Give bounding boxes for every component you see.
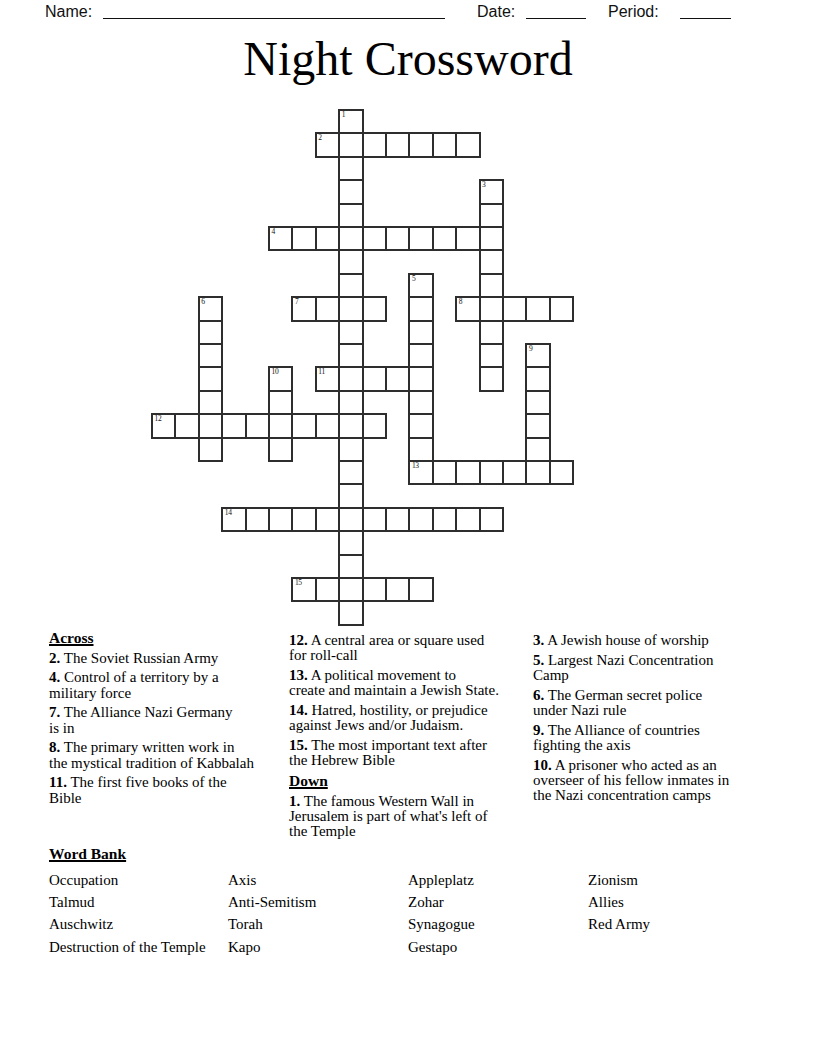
clue-number: 15. — [289, 737, 308, 753]
grid-cell-r13c11[interactable] — [408, 413, 433, 438]
grid-cell-r10c14[interactable] — [479, 343, 504, 368]
grid-cell-r17c3[interactable]: 14 — [221, 507, 246, 532]
page-title: Night Crossword — [0, 33, 816, 85]
grid-cell-r6c8[interactable] — [338, 249, 363, 274]
clue-number: 9. — [533, 722, 544, 738]
clue-line: 10. A prisoner who acted as an — [533, 758, 729, 773]
cell-number: 15 — [295, 579, 302, 587]
clue-number: 5. — [533, 652, 544, 668]
cell-number: 3 — [482, 181, 485, 189]
grid-cell-r15c15[interactable] — [502, 460, 527, 485]
cell-number: 8 — [459, 298, 462, 306]
clue-line: military force — [49, 686, 254, 701]
clue-7-across: 7. The Alliance Nazi Germanyis in — [49, 705, 254, 735]
grid-cell-r15c14[interactable] — [479, 460, 504, 485]
grid-cell-r20c8[interactable] — [338, 577, 363, 602]
grid-cell-r13c1[interactable] — [174, 413, 199, 438]
grid-cell-r12c11[interactable] — [408, 390, 433, 415]
grid-cell-r2c8[interactable] — [338, 156, 363, 181]
grid-cell-r9c11[interactable] — [408, 320, 433, 345]
word-bank-item: Allies — [588, 895, 769, 917]
grid-cell-r17c7[interactable] — [315, 507, 340, 532]
grid-cell-r8c16[interactable] — [525, 296, 550, 321]
clue-number: 1. — [289, 793, 300, 809]
clue-line: is in — [49, 721, 254, 736]
clue-line: 14. Hatred, hostility, or prejudice — [289, 703, 499, 718]
grid-cell-r8c11[interactable] — [408, 296, 433, 321]
grid-cell-r17c12[interactable] — [432, 507, 457, 532]
grid-cell-r13c2[interactable] — [198, 413, 223, 438]
word-bank-item: Kapo — [228, 940, 408, 962]
grid-cell-r13c0[interactable]: 12 — [151, 413, 176, 438]
clue-6-down: 6. The German secret policeunder Nazi ru… — [533, 688, 729, 718]
grid-cell-r20c10[interactable] — [385, 577, 410, 602]
grid-cell-r13c4[interactable] — [245, 413, 270, 438]
name-label: Name: — [45, 2, 92, 21]
grid-cell-r12c16[interactable] — [525, 390, 550, 415]
grid-cell-r21c8[interactable] — [338, 600, 363, 625]
clue-10-down: 10. A prisoner who acted as anoverseer o… — [533, 758, 729, 804]
grid-cell-r5c14[interactable] — [479, 226, 504, 251]
grid-cell-r1c11[interactable] — [408, 132, 433, 157]
word-bank-item: Red Army — [588, 917, 769, 939]
grid-cell-r10c8[interactable] — [338, 343, 363, 368]
clue-line: overseer of his fellow inmates in — [533, 773, 729, 788]
grid-cell-r14c11[interactable] — [408, 437, 433, 462]
clue-8-across: 8. The primary written work inthe mystic… — [49, 740, 254, 770]
word-bank-heading: Word Bank — [49, 846, 769, 862]
grid-cell-r16c8[interactable] — [338, 483, 363, 508]
grid-cell-r17c5[interactable] — [268, 507, 293, 532]
grid-cell-r11c10[interactable] — [385, 366, 410, 391]
clue-number: 7. — [49, 704, 60, 720]
clue-line: 15. The most important text after — [289, 738, 499, 753]
grid-cell-r5c10[interactable] — [385, 226, 410, 251]
cell-number: 6 — [201, 298, 204, 306]
grid-cell-r17c6[interactable] — [291, 507, 316, 532]
clue-line: 9. The Alliance of countries — [533, 723, 729, 738]
cell-number: 9 — [529, 345, 532, 353]
clue-line: 11. The first five books of the — [49, 775, 254, 790]
clue-number: 10. — [533, 757, 552, 773]
grid-cell-r20c11[interactable] — [408, 577, 433, 602]
clue-number: 4. — [49, 669, 60, 685]
grid-cell-r17c11[interactable] — [408, 507, 433, 532]
clue-number: 8. — [49, 739, 60, 755]
grid-cell-r1c12[interactable] — [432, 132, 457, 157]
grid-cell-r10c2[interactable] — [198, 343, 223, 368]
grid-cell-r7c8[interactable] — [338, 273, 363, 298]
clue-number: 13. — [289, 667, 308, 683]
grid-cell-r18c8[interactable] — [338, 530, 363, 555]
grid-cell-r15c11[interactable]: 13 — [408, 460, 433, 485]
clue-line: Camp — [533, 668, 729, 683]
grid-cell-r13c9[interactable] — [362, 413, 387, 438]
clue-9-down: 9. The Alliance of countriesfighting the… — [533, 723, 729, 753]
word-bank-section: Word Bank OccupationAxisAppleplatzZionis… — [49, 846, 769, 962]
clue-line: 6. The German secret police — [533, 688, 729, 703]
cell-number: 5 — [412, 275, 415, 283]
worksheet-page: Name: Date: Period: Night Crossword 1234… — [0, 0, 816, 1056]
clue-13-across: 13. A political movement tocreate and ma… — [289, 668, 499, 698]
word-bank-item: Appleplatz — [408, 873, 588, 895]
clue-1-down: 1. The famous Western Wall inJerusalem i… — [289, 794, 499, 840]
clue-4-across: 4. Control of a territory by amilitary f… — [49, 670, 254, 700]
grid-cell-r1c10[interactable] — [385, 132, 410, 157]
cell-number: 14 — [225, 509, 232, 517]
grid-cell-r8c6[interactable]: 7 — [291, 296, 316, 321]
clues-column-2: 12. A central area or square usedfor rol… — [289, 633, 499, 844]
grid-cell-r12c5[interactable] — [268, 390, 293, 415]
clue-line: the Temple — [289, 824, 499, 839]
word-bank-item: Zionism — [588, 873, 769, 895]
grid-cell-r8c15[interactable] — [502, 296, 527, 321]
word-bank-item: Anti-Semitism — [228, 895, 408, 917]
grid-cell-r17c8[interactable] — [338, 507, 363, 532]
grid-cell-r9c2[interactable] — [198, 320, 223, 345]
grid-cell-r0c8[interactable]: 1 — [338, 109, 363, 134]
clue-line: against Jews and/or Judaism. — [289, 718, 499, 733]
grid-cell-r20c7[interactable] — [315, 577, 340, 602]
clue-12-across: 12. A central area or square usedfor rol… — [289, 633, 499, 663]
grid-cell-r17c9[interactable] — [362, 507, 387, 532]
grid-cell-r5c11[interactable] — [408, 226, 433, 251]
clue-number: 11. — [49, 774, 67, 790]
grid-cell-r5c5[interactable]: 4 — [268, 226, 293, 251]
grid-cell-r8c14[interactable] — [479, 296, 504, 321]
grid-cell-r14c8[interactable] — [338, 437, 363, 462]
grid-cell-r10c11[interactable] — [408, 343, 433, 368]
grid-cell-r11c14[interactable] — [479, 366, 504, 391]
grid-cell-r15c17[interactable] — [549, 460, 574, 485]
grid-cell-r5c7[interactable] — [315, 226, 340, 251]
grid-cell-r17c4[interactable] — [245, 507, 270, 532]
grid-cell-r19c8[interactable] — [338, 554, 363, 579]
word-bank-item: Synagogue — [408, 917, 588, 939]
grid-cell-r13c6[interactable] — [291, 413, 316, 438]
clue-line: for roll-call — [289, 648, 499, 663]
grid-cell-r7c11[interactable]: 5 — [408, 273, 433, 298]
grid-cell-r1c8[interactable] — [338, 132, 363, 157]
period-blank-line[interactable] — [680, 18, 731, 19]
clue-line: under Nazi rule — [533, 703, 729, 718]
period-label: Period: — [608, 2, 659, 21]
word-bank-item: Zohar — [408, 895, 588, 917]
clue-2-across: 2. The Soviet Russian Army — [49, 651, 254, 666]
cell-number: 2 — [318, 134, 321, 142]
word-bank-item: Auschwitz — [49, 917, 228, 939]
cell-number: 4 — [272, 228, 275, 236]
grid-cell-r5c9[interactable] — [362, 226, 387, 251]
grid-cell-r12c8[interactable] — [338, 390, 363, 415]
clue-number: 12. — [289, 632, 308, 648]
grid-cell-r17c14[interactable] — [479, 507, 504, 532]
grid-cell-r13c3[interactable] — [221, 413, 246, 438]
grid-cell-r11c5[interactable]: 10 — [268, 366, 293, 391]
across-heading: Across — [49, 630, 254, 646]
grid-cell-r6c14[interactable] — [479, 249, 504, 274]
clue-line: 1. The famous Western Wall in — [289, 794, 499, 809]
clue-line: 2. The Soviet Russian Army — [49, 651, 254, 666]
grid-cell-r11c8[interactable] — [338, 366, 363, 391]
grid-cell-r13c7[interactable] — [315, 413, 340, 438]
grid-cell-r8c2[interactable]: 6 — [198, 296, 223, 321]
clue-number: 2. — [49, 650, 60, 666]
clue-line: 13. A political movement to — [289, 668, 499, 683]
grid-cell-r20c9[interactable] — [362, 577, 387, 602]
clue-line: create and maintain a Jewish State. — [289, 683, 499, 698]
grid-cell-r1c13[interactable] — [455, 132, 480, 157]
grid-cell-r14c2[interactable] — [198, 437, 223, 462]
grid-cell-r5c6[interactable] — [291, 226, 316, 251]
grid-cell-r9c8[interactable] — [338, 320, 363, 345]
grid-cell-r5c8[interactable] — [338, 226, 363, 251]
clue-number: 14. — [289, 702, 308, 718]
grid-cell-r1c7[interactable]: 2 — [315, 132, 340, 157]
grid-cell-r5c12[interactable] — [432, 226, 457, 251]
clue-line: fighting the axis — [533, 738, 729, 753]
grid-cell-r17c10[interactable] — [385, 507, 410, 532]
grid-cell-r8c8[interactable] — [338, 296, 363, 321]
clue-line: 3. A Jewish house of worship — [533, 633, 729, 648]
clue-11-across: 11. The first five books of theBible — [49, 775, 254, 805]
grid-cell-r17c13[interactable] — [455, 507, 480, 532]
grid-cell-r5c13[interactable] — [455, 226, 480, 251]
cell-number: 1 — [342, 111, 345, 119]
clue-3-down: 3. A Jewish house of worship — [533, 633, 729, 648]
clue-line: Bible — [49, 791, 254, 806]
word-bank-item: Occupation — [49, 873, 228, 895]
grid-cell-r8c13[interactable]: 8 — [455, 296, 480, 321]
word-bank-grid: OccupationAxisAppleplatzZionismTalmudAnt… — [49, 873, 769, 963]
grid-cell-r20c6[interactable]: 15 — [291, 577, 316, 602]
clue-5-down: 5. Largest Nazi ConcentrationCamp — [533, 653, 729, 683]
grid-cell-r11c11[interactable] — [408, 366, 433, 391]
date-blank-line[interactable] — [526, 18, 586, 19]
grid-cell-r11c7[interactable]: 11 — [315, 366, 340, 391]
grid-cell-r11c2[interactable] — [198, 366, 223, 391]
word-bank-item: Axis — [228, 873, 408, 895]
clue-line: 4. Control of a territory by a — [49, 670, 254, 685]
grid-cell-r13c16[interactable] — [525, 413, 550, 438]
grid-cell-r15c13[interactable] — [455, 460, 480, 485]
grid-cell-r15c8[interactable] — [338, 460, 363, 485]
clue-line: Jerusalem is part of what's left of — [289, 809, 499, 824]
clue-line: 8. The primary written work in — [49, 740, 254, 755]
grid-cell-r8c7[interactable] — [315, 296, 340, 321]
grid-cell-r11c16[interactable] — [525, 366, 550, 391]
word-bank-item: Destruction of the Temple — [49, 940, 228, 962]
clue-number: 6. — [533, 687, 544, 703]
clue-line: 12. A central area or square used — [289, 633, 499, 648]
cell-number: 12 — [155, 415, 162, 423]
cell-number: 10 — [272, 368, 279, 376]
clue-14-across: 14. Hatred, hostility, or prejudiceagain… — [289, 703, 499, 733]
grid-cell-r9c14[interactable] — [479, 320, 504, 345]
clues-column-3: 3. A Jewish house of worship5. Largest N… — [533, 633, 729, 808]
crossword-grid: 123456789101112131415 — [151, 109, 575, 626]
cell-number: 11 — [318, 368, 325, 376]
clue-15-across: 15. The most important text afterthe Heb… — [289, 738, 499, 768]
grid-cell-r12c2[interactable] — [198, 390, 223, 415]
word-bank-item: Gestapo — [408, 940, 588, 962]
grid-cell-r1c9[interactable] — [362, 132, 387, 157]
grid-cell-r13c5[interactable] — [268, 413, 293, 438]
grid-cell-r3c8[interactable] — [338, 179, 363, 204]
name-blank-line[interactable] — [103, 18, 445, 19]
cell-number: 13 — [412, 462, 419, 470]
clue-line: the Hebrew Bible — [289, 753, 499, 768]
clue-line: the Nazi concentration camps — [533, 788, 729, 803]
date-label: Date: — [477, 2, 515, 21]
grid-cell-r13c8[interactable] — [338, 413, 363, 438]
word-bank-item: Talmud — [49, 895, 228, 917]
grid-cell-r11c9[interactable] — [362, 366, 387, 391]
clue-line: 5. Largest Nazi Concentration — [533, 653, 729, 668]
grid-cell-r4c14[interactable] — [479, 203, 504, 228]
grid-cell-r4c8[interactable] — [338, 203, 363, 228]
down-heading: Down — [289, 773, 499, 789]
grid-cell-r3c14[interactable]: 3 — [479, 179, 504, 204]
clues-column-1: Across2. The Soviet Russian Army4. Contr… — [49, 630, 254, 810]
word-bank-item: Torah — [228, 917, 408, 939]
clue-line: 7. The Alliance Nazi Germany — [49, 705, 254, 720]
grid-cell-r8c17[interactable] — [549, 296, 574, 321]
grid-cell-r7c14[interactable] — [479, 273, 504, 298]
clue-line: the mystical tradition of Kabbalah — [49, 756, 254, 771]
grid-cell-r14c16[interactable] — [525, 437, 550, 462]
clue-number: 3. — [533, 632, 544, 648]
grid-cell-r15c12[interactable] — [432, 460, 457, 485]
grid-cell-r10c16[interactable]: 9 — [525, 343, 550, 368]
grid-cell-r8c9[interactable] — [362, 296, 387, 321]
cell-number: 7 — [295, 298, 298, 306]
grid-cell-r14c5[interactable] — [268, 437, 293, 462]
grid-cell-r15c16[interactable] — [525, 460, 550, 485]
